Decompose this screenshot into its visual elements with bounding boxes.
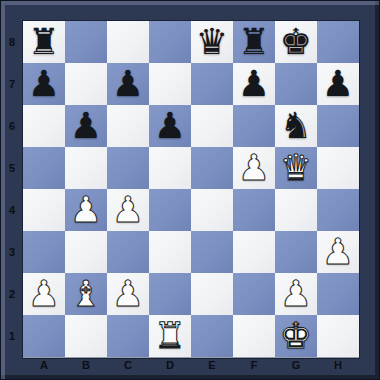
rank-label-3: 3 — [1, 231, 23, 273]
piece-black-king[interactable]: ♚ — [280, 21, 312, 63]
rank-label-1: 1 — [1, 315, 23, 357]
square-e6[interactable] — [191, 105, 233, 147]
square-e3[interactable] — [191, 231, 233, 273]
square-a5[interactable] — [23, 147, 65, 189]
square-a4[interactable] — [23, 189, 65, 231]
piece-white-pawn[interactable]: ♟ — [28, 273, 60, 315]
square-c3[interactable] — [107, 231, 149, 273]
square-a7[interactable]: ♟ — [23, 63, 65, 105]
file-label-c: C — [107, 357, 149, 377]
square-h1[interactable] — [317, 315, 359, 357]
square-b7[interactable] — [65, 63, 107, 105]
piece-black-queen[interactable]: ♛ — [196, 21, 228, 63]
square-c1[interactable] — [107, 315, 149, 357]
square-f5[interactable]: ♟ — [233, 147, 275, 189]
square-c6[interactable] — [107, 105, 149, 147]
board-frame: 87654321 ABCDEFGH ♜♛♜♚♟♟♟♟♟♟♞♟♛♟♟♟♟♝♟♟♜♚ — [0, 0, 380, 380]
rank-label-7: 7 — [1, 63, 23, 105]
square-h5[interactable] — [317, 147, 359, 189]
file-label-h: H — [317, 357, 359, 377]
square-b8[interactable] — [65, 21, 107, 63]
piece-black-rook[interactable]: ♜ — [238, 21, 270, 63]
square-d5[interactable] — [149, 147, 191, 189]
square-a3[interactable] — [23, 231, 65, 273]
square-a6[interactable] — [23, 105, 65, 147]
file-labels: ABCDEFGH — [23, 357, 359, 377]
square-d1[interactable]: ♜ — [149, 315, 191, 357]
piece-white-pawn[interactable]: ♟ — [322, 231, 354, 273]
square-e4[interactable] — [191, 189, 233, 231]
file-label-a: A — [23, 357, 65, 377]
square-a8[interactable]: ♜ — [23, 21, 65, 63]
square-f2[interactable] — [233, 273, 275, 315]
square-e8[interactable]: ♛ — [191, 21, 233, 63]
square-b2[interactable]: ♝ — [65, 273, 107, 315]
rank-label-5: 5 — [1, 147, 23, 189]
square-h4[interactable] — [317, 189, 359, 231]
square-d8[interactable] — [149, 21, 191, 63]
chess-board[interactable]: ♜♛♜♚♟♟♟♟♟♟♞♟♛♟♟♟♟♝♟♟♜♚ — [23, 21, 359, 358]
piece-white-pawn[interactable]: ♟ — [238, 147, 270, 189]
square-d6[interactable]: ♟ — [149, 105, 191, 147]
square-h3[interactable]: ♟ — [317, 231, 359, 273]
piece-white-pawn[interactable]: ♟ — [112, 273, 144, 315]
square-g5[interactable]: ♛ — [275, 147, 317, 189]
square-b1[interactable] — [65, 315, 107, 357]
square-f4[interactable] — [233, 189, 275, 231]
piece-black-pawn[interactable]: ♟ — [238, 63, 270, 105]
piece-white-bishop[interactable]: ♝ — [70, 273, 102, 315]
square-e2[interactable] — [191, 273, 233, 315]
square-b6[interactable]: ♟ — [65, 105, 107, 147]
piece-white-queen[interactable]: ♛ — [280, 147, 312, 189]
square-d4[interactable] — [149, 189, 191, 231]
square-f7[interactable]: ♟ — [233, 63, 275, 105]
piece-black-pawn[interactable]: ♟ — [322, 63, 354, 105]
square-b5[interactable] — [65, 147, 107, 189]
square-g3[interactable] — [275, 231, 317, 273]
file-label-d: D — [149, 357, 191, 377]
square-d2[interactable] — [149, 273, 191, 315]
square-g1[interactable]: ♚ — [275, 315, 317, 357]
square-d7[interactable] — [149, 63, 191, 105]
piece-black-pawn[interactable]: ♟ — [154, 105, 186, 147]
rank-label-8: 8 — [1, 21, 23, 63]
square-c4[interactable]: ♟ — [107, 189, 149, 231]
square-f3[interactable] — [233, 231, 275, 273]
square-c8[interactable] — [107, 21, 149, 63]
square-c7[interactable]: ♟ — [107, 63, 149, 105]
square-g8[interactable]: ♚ — [275, 21, 317, 63]
piece-black-rook[interactable]: ♜ — [28, 21, 60, 63]
piece-white-pawn[interactable]: ♟ — [280, 273, 312, 315]
piece-black-knight[interactable]: ♞ — [280, 105, 312, 147]
square-c5[interactable] — [107, 147, 149, 189]
square-f6[interactable] — [233, 105, 275, 147]
square-d3[interactable] — [149, 231, 191, 273]
piece-black-pawn[interactable]: ♟ — [112, 63, 144, 105]
file-label-f: F — [233, 357, 275, 377]
square-e7[interactable] — [191, 63, 233, 105]
square-c2[interactable]: ♟ — [107, 273, 149, 315]
piece-white-pawn[interactable]: ♟ — [112, 189, 144, 231]
square-g2[interactable]: ♟ — [275, 273, 317, 315]
square-e1[interactable] — [191, 315, 233, 357]
square-f1[interactable] — [233, 315, 275, 357]
piece-black-pawn[interactable]: ♟ — [28, 63, 60, 105]
file-label-g: G — [275, 357, 317, 377]
piece-white-pawn[interactable]: ♟ — [70, 189, 102, 231]
rank-label-4: 4 — [1, 189, 23, 231]
square-a2[interactable]: ♟ — [23, 273, 65, 315]
square-h7[interactable]: ♟ — [317, 63, 359, 105]
file-label-e: E — [191, 357, 233, 377]
square-g7[interactable] — [275, 63, 317, 105]
piece-white-rook[interactable]: ♜ — [154, 315, 186, 357]
square-a1[interactable] — [23, 315, 65, 357]
square-h6[interactable] — [317, 105, 359, 147]
rank-label-2: 2 — [1, 273, 23, 315]
square-f8[interactable]: ♜ — [233, 21, 275, 63]
rank-label-6: 6 — [1, 105, 23, 147]
square-e5[interactable] — [191, 147, 233, 189]
square-g6[interactable]: ♞ — [275, 105, 317, 147]
square-h8[interactable] — [317, 21, 359, 63]
square-b3[interactable] — [65, 231, 107, 273]
square-g4[interactable] — [275, 189, 317, 231]
file-label-b: B — [65, 357, 107, 377]
square-h2[interactable] — [317, 273, 359, 315]
square-b4[interactable]: ♟ — [65, 189, 107, 231]
rank-labels: 87654321 — [1, 21, 23, 357]
piece-black-pawn[interactable]: ♟ — [70, 105, 102, 147]
piece-white-king[interactable]: ♚ — [280, 315, 312, 357]
